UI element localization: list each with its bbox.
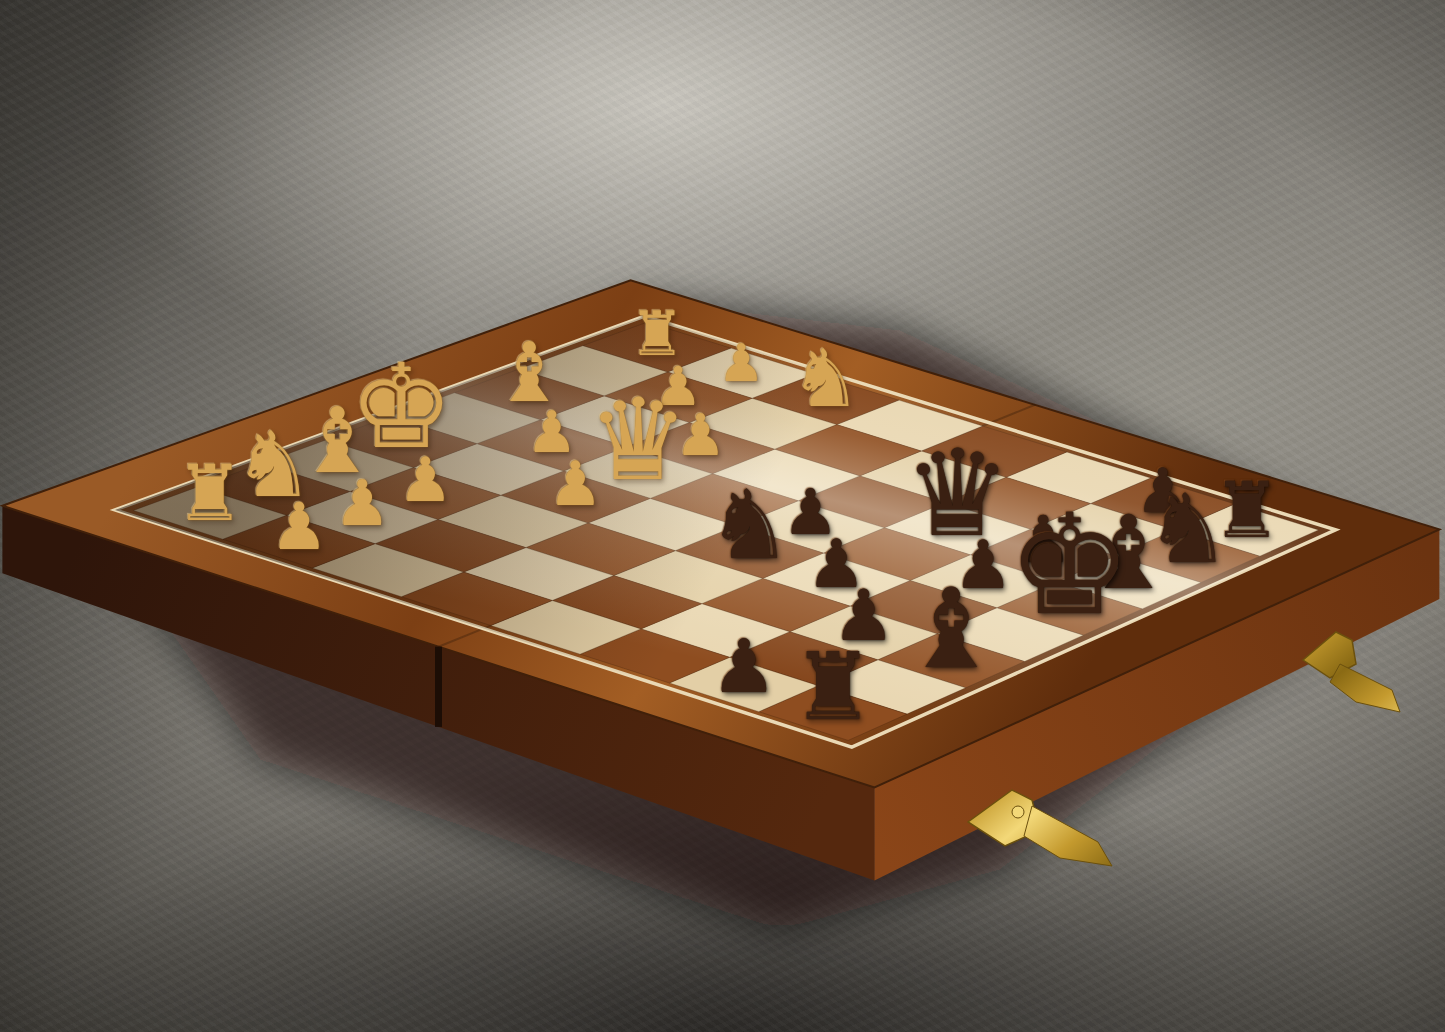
photo-scene: ♜♞♝♚♝♜♟♟♟♟♟♛♟♟♞♞♟♛♟♟♟♟♟♟♟♜♝♚♝♞♜ (0, 0, 1445, 1032)
piece-black-R-h8[interactable]: ♜ (791, 641, 874, 734)
piece-white-P-g2[interactable]: ♟ (334, 472, 391, 535)
piece-black-P-h7[interactable]: ♟ (711, 629, 777, 703)
piece-white-P-a2[interactable]: ♟ (718, 337, 765, 389)
piece-white-R-h1[interactable]: ♜ (175, 455, 244, 532)
piece-black-K-d8[interactable]: ♚ (1007, 496, 1132, 635)
piece-black-N-e5[interactable]: ♞ (707, 478, 793, 574)
piece-white-N-a3[interactable]: ♞ (790, 339, 861, 418)
piece-white-P-e3[interactable]: ♟ (548, 453, 603, 514)
piece-white-P-f2[interactable]: ♟ (398, 450, 453, 511)
piece-white-P-h2[interactable]: ♟ (270, 494, 328, 559)
piece-black-B-f8[interactable]: ♝ (902, 574, 1001, 684)
